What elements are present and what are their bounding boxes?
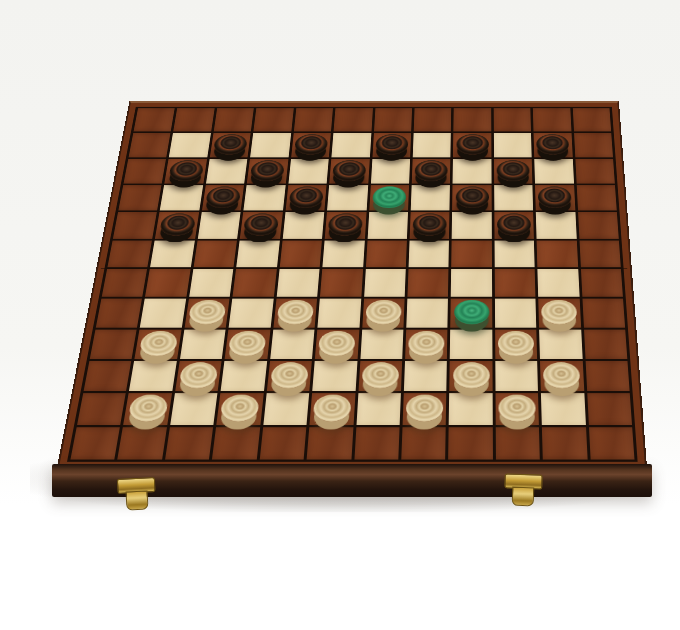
board-square[interactable] <box>452 212 492 238</box>
frame-square <box>582 299 625 328</box>
board-square[interactable] <box>536 212 576 238</box>
board-square[interactable] <box>495 361 538 391</box>
board-square[interactable] <box>276 269 319 297</box>
brass-clasp-left[interactable] <box>117 477 157 523</box>
board-square[interactable] <box>369 185 409 210</box>
board-square[interactable] <box>140 299 186 328</box>
frame-square <box>581 269 623 297</box>
board-square[interactable] <box>362 299 405 328</box>
dark-piece[interactable] <box>213 134 248 155</box>
board-square[interactable] <box>494 185 533 210</box>
board-square[interactable] <box>495 269 536 297</box>
frame-square <box>576 185 616 210</box>
frame-square <box>587 393 632 424</box>
board-square[interactable] <box>279 240 322 267</box>
dark-piece[interactable] <box>497 214 531 236</box>
board-square[interactable] <box>169 133 211 157</box>
frame-square <box>374 108 412 131</box>
clasp-hook <box>126 490 149 510</box>
frame-square <box>414 108 452 131</box>
frame-square <box>259 427 306 459</box>
board-square[interactable] <box>358 361 402 391</box>
board-square[interactable] <box>539 329 582 359</box>
board-square[interactable] <box>538 299 580 328</box>
board-square[interactable] <box>202 185 244 210</box>
board-square[interactable] <box>193 240 237 267</box>
board-square[interactable] <box>236 240 279 267</box>
board-square[interactable] <box>327 185 368 210</box>
frame-square <box>589 427 635 459</box>
dark-piece[interactable] <box>413 214 447 236</box>
board-square[interactable] <box>495 393 539 424</box>
board-square[interactable] <box>452 185 491 210</box>
light-piece[interactable] <box>498 395 535 422</box>
frame-square <box>165 427 213 459</box>
board-square[interactable] <box>411 185 451 210</box>
dark-piece[interactable] <box>328 214 363 236</box>
board-square[interactable] <box>451 269 492 297</box>
board-square[interactable] <box>273 299 317 328</box>
frame-square <box>533 108 571 131</box>
light-piece[interactable] <box>365 300 401 325</box>
board-square[interactable] <box>367 212 408 238</box>
board-square[interactable] <box>129 361 176 391</box>
board-square[interactable] <box>450 329 492 359</box>
board-square[interactable] <box>451 299 493 328</box>
clasp-hook <box>512 487 535 507</box>
dark-piece[interactable] <box>375 134 408 155</box>
board-square[interactable] <box>288 159 329 184</box>
board-square[interactable] <box>403 393 447 424</box>
frame-square <box>174 108 215 131</box>
board-square[interactable] <box>534 159 573 184</box>
board-square[interactable] <box>160 185 203 210</box>
dark-piece[interactable] <box>294 134 328 155</box>
board-square[interactable] <box>155 212 199 238</box>
photo-background <box>0 0 680 630</box>
frame-square <box>495 427 539 459</box>
light-piece[interactable] <box>313 395 352 422</box>
light-piece[interactable] <box>408 331 445 356</box>
frame-square <box>124 159 167 184</box>
board-square[interactable] <box>240 212 282 238</box>
dark-piece[interactable] <box>538 186 572 208</box>
board-square[interactable] <box>534 133 573 157</box>
fold-seam <box>101 268 627 269</box>
board-square[interactable] <box>320 269 363 297</box>
board-square[interactable] <box>364 269 406 297</box>
board-square[interactable] <box>449 393 493 424</box>
frame-square <box>129 133 171 157</box>
dark-piece[interactable] <box>536 134 569 155</box>
light-piece[interactable] <box>179 362 219 388</box>
board-square[interactable] <box>541 393 585 424</box>
board-square[interactable] <box>175 361 222 391</box>
draughts-board <box>57 101 647 467</box>
board-square[interactable] <box>165 159 207 184</box>
board-square[interactable] <box>450 361 493 391</box>
dark-piece[interactable] <box>497 160 530 181</box>
frame-square <box>96 299 142 328</box>
frame-square <box>212 427 260 459</box>
board-square[interactable] <box>267 361 312 391</box>
light-piece[interactable] <box>228 331 267 356</box>
brass-clasp-right[interactable] <box>503 473 543 518</box>
frame-square <box>214 108 254 131</box>
board-square[interactable] <box>312 361 357 391</box>
board-square[interactable] <box>356 393 401 424</box>
light-piece[interactable] <box>127 395 168 422</box>
light-piece[interactable] <box>220 395 260 422</box>
board-square[interactable] <box>310 393 355 424</box>
light-piece[interactable] <box>498 331 534 356</box>
frame-square <box>77 393 126 424</box>
frame-square <box>542 427 587 459</box>
board-square[interactable] <box>494 133 532 157</box>
frame-square <box>448 427 492 459</box>
board-square[interactable] <box>322 240 364 267</box>
board-square[interactable] <box>180 329 226 359</box>
board-square[interactable] <box>135 329 182 359</box>
frame-square <box>102 269 148 297</box>
board-square[interactable] <box>170 393 218 424</box>
board-square[interactable] <box>247 159 288 184</box>
frame-square <box>454 108 491 131</box>
board-square[interactable] <box>315 329 359 359</box>
dark-piece[interactable] <box>455 186 488 208</box>
dark-piece[interactable] <box>168 160 204 181</box>
board-square[interactable] <box>453 133 491 157</box>
frame-square <box>575 159 615 184</box>
dark-piece[interactable] <box>243 214 279 236</box>
frame-square <box>579 240 621 267</box>
frame-square <box>578 212 619 238</box>
light-piece[interactable] <box>138 331 178 356</box>
frame-square <box>294 108 333 131</box>
dark-piece[interactable] <box>159 214 196 236</box>
board-square[interactable] <box>408 240 449 267</box>
light-piece[interactable] <box>541 300 577 325</box>
board-grid <box>67 107 638 462</box>
green-piece[interactable] <box>454 300 489 325</box>
board-square[interactable] <box>124 393 172 424</box>
frame-square <box>401 427 446 459</box>
dark-piece[interactable] <box>250 160 285 181</box>
board-square[interactable] <box>495 299 537 328</box>
board-square[interactable] <box>372 133 411 157</box>
light-piece[interactable] <box>406 395 444 422</box>
board-square[interactable] <box>404 361 447 391</box>
frame-square <box>70 427 120 459</box>
board-square[interactable] <box>495 329 537 359</box>
dark-piece[interactable] <box>415 160 448 181</box>
light-piece[interactable] <box>318 331 356 356</box>
board-square[interactable] <box>537 240 578 267</box>
board-square[interactable] <box>206 159 248 184</box>
board-square[interactable] <box>233 269 277 297</box>
frame-square <box>254 108 294 131</box>
board-square[interactable] <box>325 212 366 238</box>
board-square[interactable] <box>150 240 194 267</box>
board-square[interactable] <box>189 269 233 297</box>
frame-square <box>493 108 531 131</box>
dark-piece[interactable] <box>205 186 241 208</box>
frame-square <box>354 427 400 459</box>
dark-piece[interactable] <box>332 160 366 181</box>
light-piece[interactable] <box>270 362 309 388</box>
frame-square <box>572 108 611 131</box>
board-square[interactable] <box>263 393 309 424</box>
board-square[interactable] <box>540 361 584 391</box>
light-piece[interactable] <box>361 362 399 388</box>
board-square[interactable] <box>270 329 315 359</box>
board-square[interactable] <box>413 133 451 157</box>
frame-square <box>84 361 132 391</box>
frame-square <box>113 212 157 238</box>
frame-square <box>134 108 175 131</box>
board-square[interactable] <box>318 299 361 328</box>
board-square[interactable] <box>535 185 575 210</box>
board-square[interactable] <box>244 185 286 210</box>
board-square[interactable] <box>285 185 326 210</box>
board-square[interactable] <box>221 361 267 391</box>
dark-piece[interactable] <box>288 186 323 208</box>
frame-square <box>118 427 167 459</box>
board-square[interactable] <box>360 329 403 359</box>
board-square[interactable] <box>453 159 492 184</box>
board-square[interactable] <box>229 299 274 328</box>
board-square[interactable] <box>217 393 264 424</box>
frame-square <box>90 329 137 359</box>
board-square[interactable] <box>494 212 534 238</box>
board-square[interactable] <box>282 212 324 238</box>
light-piece[interactable] <box>543 362 580 388</box>
board-square[interactable] <box>329 159 369 184</box>
board-square[interactable] <box>451 240 491 267</box>
board-square[interactable] <box>494 240 534 267</box>
frame-square <box>118 185 161 210</box>
light-piece[interactable] <box>188 300 227 325</box>
board-square[interactable] <box>198 212 241 238</box>
board-square[interactable] <box>407 269 448 297</box>
board-square[interactable] <box>291 133 331 157</box>
board-square[interactable] <box>331 133 370 157</box>
board-square[interactable] <box>538 269 580 297</box>
frame-square <box>307 427 353 459</box>
board-square[interactable] <box>225 329 270 359</box>
board-square[interactable] <box>412 159 451 184</box>
frame-square <box>585 361 629 391</box>
board-square[interactable] <box>494 159 533 184</box>
board-square[interactable] <box>410 212 450 238</box>
green-piece[interactable] <box>372 186 406 208</box>
board-square[interactable] <box>250 133 291 157</box>
board-square[interactable] <box>406 299 448 328</box>
board-square[interactable] <box>185 299 230 328</box>
dark-piece[interactable] <box>456 134 488 155</box>
frame-square <box>574 133 613 157</box>
board-square[interactable] <box>370 159 410 184</box>
frame-square <box>584 329 628 359</box>
frame-square <box>107 240 152 267</box>
light-piece[interactable] <box>453 362 490 388</box>
frame-square <box>334 108 373 131</box>
light-piece[interactable] <box>276 300 314 325</box>
board-square[interactable] <box>365 240 406 267</box>
board-square[interactable] <box>405 329 448 359</box>
board-square[interactable] <box>210 133 251 157</box>
board-square[interactable] <box>145 269 190 297</box>
